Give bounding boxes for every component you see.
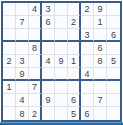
sudoku-cell-r8c8[interactable]: 7 [94,94,107,107]
sudoku-cell-r5c8[interactable]: 8 [94,55,107,68]
sudoku-cell-r5c7[interactable] [81,55,94,68]
sudoku-cell-r4c5[interactable] [55,42,68,55]
sudoku-cell-r6c2[interactable]: 9 [16,68,29,81]
sudoku-cell-r3c5[interactable] [55,29,68,42]
sudoku-cell-r3c8[interactable] [94,29,107,42]
sudoku-cell-r7c5[interactable] [55,81,68,94]
sudoku-cell-r3c6[interactable] [68,29,81,42]
sudoku-cell-r8c4[interactable]: 9 [42,94,55,107]
sudoku-cell-r7c9[interactable] [107,81,120,94]
sudoku-cell-r2c4[interactable]: 6 [42,16,55,29]
sudoku-cell-r2c9[interactable] [107,16,120,29]
sudoku-cell-r6c5[interactable] [55,68,68,81]
sudoku-cell-r4c8[interactable]: 6 [94,42,107,55]
sudoku-cell-r1c2[interactable] [16,3,29,16]
sudoku-cell-r8c2[interactable]: 4 [16,94,29,107]
sudoku-cell-r7c2[interactable] [16,81,29,94]
sudoku-cell-r2c7[interactable] [81,16,94,29]
sudoku-cell-r2c1[interactable] [3,16,16,29]
sudoku-cell-r2c6[interactable]: 2 [68,16,81,29]
sudoku-cell-r2c8[interactable]: 1 [94,16,107,29]
sudoku-cell-r9c5[interactable] [55,107,68,120]
sudoku-cell-r1c3[interactable]: 4 [29,3,42,16]
sudoku-cell-r9c7[interactable]: 6 [81,107,94,120]
sudoku-cell-r5c3[interactable] [29,55,42,68]
sudoku-cell-r7c8[interactable] [94,81,107,94]
sudoku-cell-r3c2[interactable] [16,29,29,42]
sudoku-cell-r8c6[interactable]: 6 [68,94,81,107]
sudoku-cell-r3c9[interactable]: 6 [107,29,120,42]
sudoku-cell-r5c2[interactable]: 3 [16,55,29,68]
sudoku-cell-r6c3[interactable] [29,68,42,81]
sudoku-cell-r4c7[interactable] [81,42,94,55]
sudoku-cell-r6c1[interactable] [3,68,16,81]
bottom-panel-edge [0,122,123,125]
sudoku-cell-r1c9[interactable] [107,3,120,16]
sudoku-cell-r9c2[interactable]: 8 [16,107,29,120]
sudoku-cell-r4c6[interactable] [68,42,81,55]
sudoku-cell-r7c6[interactable] [68,81,81,94]
sudoku-cell-r1c8[interactable]: 9 [94,3,107,16]
sudoku-cell-r4c1[interactable] [3,42,16,55]
sudoku-cell-r3c4[interactable] [42,29,55,42]
sudoku-cell-r8c7[interactable] [81,94,94,107]
sudoku-cell-r6c6[interactable] [68,68,81,81]
sudoku-cell-r5c9[interactable]: 5 [107,55,120,68]
sudoku-cell-r1c5[interactable] [55,3,68,16]
sudoku-cell-r3c7[interactable]: 3 [81,29,94,42]
sudoku-cell-r4c9[interactable] [107,42,120,55]
sudoku-cell-r7c1[interactable]: 1 [3,81,16,94]
sudoku-cell-r1c1[interactable] [3,3,16,16]
sudoku-cell-r6c4[interactable] [42,68,55,81]
sudoku-cell-r3c3[interactable] [29,29,42,42]
sudoku-cell-r1c4[interactable]: 3 [42,3,55,16]
sudoku-cell-r9c3[interactable]: 2 [29,107,42,120]
sudoku-cell-r9c9[interactable] [107,107,120,120]
sudoku-cell-r9c8[interactable] [94,107,107,120]
sudoku-cell-r6c7[interactable]: 4 [81,68,94,81]
sudoku-cell-r7c4[interactable] [42,81,55,94]
sudoku-board: 4329762136862349185941749678256 [1,1,122,122]
sudoku-cell-r1c7[interactable]: 2 [81,3,94,16]
sudoku-cell-r1c6[interactable] [68,3,81,16]
sudoku-cell-r6c9[interactable] [107,68,120,81]
sudoku-cell-r8c1[interactable] [3,94,16,107]
sudoku-cell-r5c1[interactable]: 2 [3,55,16,68]
sudoku-cell-r3c1[interactable] [3,29,16,42]
sudoku-cell-r2c3[interactable] [29,16,42,29]
sudoku-cell-r5c6[interactable]: 1 [68,55,81,68]
sudoku-cell-r7c3[interactable]: 7 [29,81,42,94]
sudoku-cell-r4c3[interactable]: 8 [29,42,42,55]
sudoku-cell-r4c2[interactable] [16,42,29,55]
sudoku-cell-r5c4[interactable]: 4 [42,55,55,68]
sudoku-cell-r8c9[interactable] [107,94,120,107]
sudoku-cell-r2c5[interactable] [55,16,68,29]
sudoku-cell-r8c5[interactable] [55,94,68,107]
sudoku-cell-r8c3[interactable] [29,94,42,107]
sudoku-cell-r9c6[interactable]: 5 [68,107,81,120]
sudoku-cell-r2c2[interactable]: 7 [16,16,29,29]
sudoku-cell-r9c4[interactable] [42,107,55,120]
sudoku-cell-r6c8[interactable] [94,68,107,81]
sudoku-cell-r5c5[interactable]: 9 [55,55,68,68]
sudoku-screen: 4329762136862349185941749678256 [0,0,123,125]
sudoku-cell-r9c1[interactable] [3,107,16,120]
sudoku-cell-r4c4[interactable] [42,42,55,55]
sudoku-cell-r7c7[interactable] [81,81,94,94]
